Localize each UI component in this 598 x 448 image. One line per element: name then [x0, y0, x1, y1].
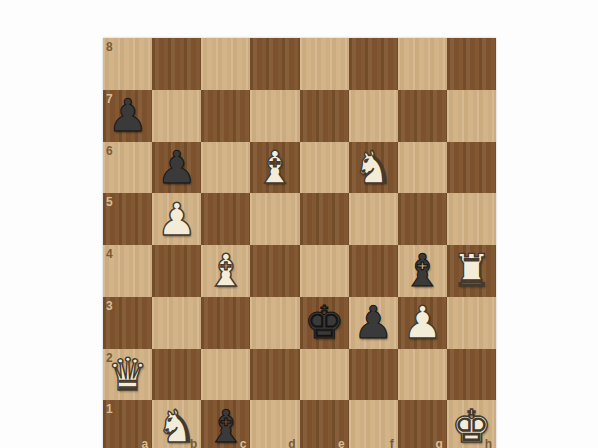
rank-label-6: 6 — [106, 145, 113, 157]
piece-white-pawn-g3[interactable]: ♟ — [398, 297, 447, 349]
square-d4[interactable] — [250, 245, 299, 297]
square-d1[interactable]: d — [250, 400, 299, 448]
piece-black-pawn-b6[interactable]: ♟ — [152, 142, 201, 194]
square-h1[interactable]: h♚ — [447, 400, 496, 448]
piece-white-knight-b1[interactable]: ♞ — [152, 400, 201, 448]
square-a6[interactable]: 6 — [103, 142, 152, 194]
square-a7[interactable]: 7♟ — [103, 90, 152, 142]
square-h3[interactable] — [447, 297, 496, 349]
file-label-f: f — [390, 438, 394, 448]
file-label-e: e — [338, 438, 345, 448]
square-a1[interactable]: 1a — [103, 400, 152, 448]
square-b6[interactable]: ♟ — [152, 142, 201, 194]
rank-label-4: 4 — [106, 248, 113, 260]
square-c3[interactable] — [201, 297, 250, 349]
square-b7[interactable] — [152, 90, 201, 142]
square-f3[interactable]: ♟ — [349, 297, 398, 349]
rank-label-5: 5 — [106, 196, 113, 208]
square-f5[interactable] — [349, 193, 398, 245]
square-c5[interactable] — [201, 193, 250, 245]
piece-white-pawn-b5[interactable]: ♟ — [152, 193, 201, 245]
square-f1[interactable]: f — [349, 400, 398, 448]
square-g1[interactable]: g — [398, 400, 447, 448]
square-f4[interactable] — [349, 245, 398, 297]
square-e3[interactable]: ♚ — [300, 297, 349, 349]
square-d2[interactable] — [250, 349, 299, 401]
square-c7[interactable] — [201, 90, 250, 142]
square-e8[interactable] — [300, 38, 349, 90]
square-g4[interactable]: ♝ — [398, 245, 447, 297]
square-d3[interactable] — [250, 297, 299, 349]
square-d6[interactable]: ♝ — [250, 142, 299, 194]
square-b2[interactable] — [152, 349, 201, 401]
piece-black-pawn-f3[interactable]: ♟ — [349, 297, 398, 349]
piece-white-queen-a2[interactable]: ♛ — [103, 349, 152, 401]
page-background: 87♟6♟♝♞5♟4♝♝♜3♚♟♟2♛1ab♞c♝defgh♚ — [0, 0, 598, 448]
square-e7[interactable] — [300, 90, 349, 142]
piece-black-king-e3[interactable]: ♚ — [300, 297, 349, 349]
square-a2[interactable]: 2♛ — [103, 349, 152, 401]
square-g3[interactable]: ♟ — [398, 297, 447, 349]
square-a5[interactable]: 5 — [103, 193, 152, 245]
chess-board: 87♟6♟♝♞5♟4♝♝♜3♚♟♟2♛1ab♞c♝defgh♚ — [103, 38, 496, 448]
square-d7[interactable] — [250, 90, 299, 142]
piece-black-pawn-a7[interactable]: ♟ — [103, 90, 152, 142]
square-f7[interactable] — [349, 90, 398, 142]
square-e6[interactable] — [300, 142, 349, 194]
square-a3[interactable]: 3 — [103, 297, 152, 349]
piece-white-knight-f6[interactable]: ♞ — [349, 142, 398, 194]
square-c2[interactable] — [201, 349, 250, 401]
square-g2[interactable] — [398, 349, 447, 401]
piece-white-rook-h4[interactable]: ♜ — [447, 245, 496, 297]
square-e1[interactable]: e — [300, 400, 349, 448]
square-c8[interactable] — [201, 38, 250, 90]
piece-white-king-h1[interactable]: ♚ — [447, 400, 496, 448]
piece-white-bishop-c4[interactable]: ♝ — [201, 245, 250, 297]
square-c1[interactable]: c♝ — [201, 400, 250, 448]
file-label-a: a — [141, 438, 148, 448]
square-g7[interactable] — [398, 90, 447, 142]
square-a8[interactable]: 8 — [103, 38, 152, 90]
square-e4[interactable] — [300, 245, 349, 297]
square-a4[interactable]: 4 — [103, 245, 152, 297]
square-f8[interactable] — [349, 38, 398, 90]
rank-label-8: 8 — [106, 41, 113, 53]
square-h7[interactable] — [447, 90, 496, 142]
piece-black-bishop-c1[interactable]: ♝ — [201, 400, 250, 448]
square-f2[interactable] — [349, 349, 398, 401]
square-e2[interactable] — [300, 349, 349, 401]
piece-white-bishop-d6[interactable]: ♝ — [250, 142, 299, 194]
square-d5[interactable] — [250, 193, 299, 245]
square-b5[interactable]: ♟ — [152, 193, 201, 245]
square-b8[interactable] — [152, 38, 201, 90]
piece-black-bishop-g4[interactable]: ♝ — [398, 245, 447, 297]
square-e5[interactable] — [300, 193, 349, 245]
square-h8[interactable] — [447, 38, 496, 90]
rank-label-3: 3 — [106, 300, 113, 312]
square-g8[interactable] — [398, 38, 447, 90]
square-b4[interactable] — [152, 245, 201, 297]
rank-label-1: 1 — [106, 403, 113, 415]
square-c4[interactable]: ♝ — [201, 245, 250, 297]
file-label-g: g — [436, 438, 443, 448]
square-g6[interactable] — [398, 142, 447, 194]
square-h6[interactable] — [447, 142, 496, 194]
square-f6[interactable]: ♞ — [349, 142, 398, 194]
square-h4[interactable]: ♜ — [447, 245, 496, 297]
square-b3[interactable] — [152, 297, 201, 349]
square-c6[interactable] — [201, 142, 250, 194]
square-d8[interactable] — [250, 38, 299, 90]
square-h5[interactable] — [447, 193, 496, 245]
file-label-d: d — [288, 438, 295, 448]
square-h2[interactable] — [447, 349, 496, 401]
square-b1[interactable]: b♞ — [152, 400, 201, 448]
square-g5[interactable] — [398, 193, 447, 245]
